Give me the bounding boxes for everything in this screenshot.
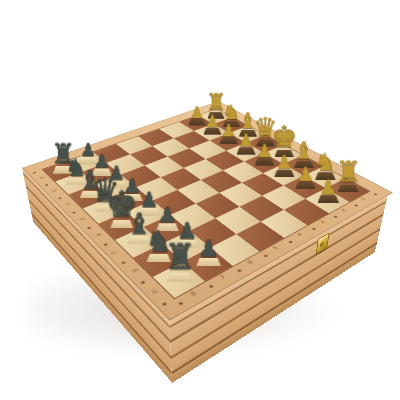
frame-pin-dot: [140, 280, 145, 284]
file-label: h: [150, 288, 159, 294]
file-label: a: [38, 176, 45, 180]
frame-pin-dot: [373, 193, 378, 195]
frame-pin-dot: [311, 228, 316, 231]
file-label: c: [64, 202, 71, 206]
frame-pin-dot: [44, 184, 48, 186]
rank-label: 2: [339, 208, 347, 213]
frame-pin-dot: [121, 261, 126, 264]
frame-pin-dot: [87, 226, 92, 229]
rank-label: 1: [359, 197, 367, 201]
frame-pin-dot: [208, 285, 213, 289]
frame-pin-dot: [178, 302, 184, 306]
frame-pin-dot: [71, 211, 75, 214]
rank-label: 4: [296, 232, 304, 237]
brass-latch-icon: [316, 232, 330, 254]
photo-scene: ♜♟♟♜♞♟♟♞♝♟♟♝♛♟♟♛♚♟♟♚♝♟♟♝♞♟♟♞♜♟♟♜ a8b7c6d…: [0, 0, 400, 400]
frame-pin-dot: [333, 216, 338, 219]
file-label: d: [78, 217, 86, 221]
piece-glyph: ♜: [163, 240, 195, 276]
frame-pin-dot: [161, 302, 167, 306]
piece-glyph: ♟: [318, 177, 336, 197]
frame-pin-dot: [263, 254, 268, 257]
file-label: b: [50, 189, 57, 193]
file-label: g: [130, 268, 139, 274]
rank-label: 8: [189, 290, 198, 297]
rank-label: 5: [271, 245, 279, 250]
frame-pin-dot: [288, 241, 293, 244]
rank-label: 3: [318, 220, 326, 225]
square-h8[interactable]: ♜: [153, 262, 205, 298]
frame-pin-dot: [103, 243, 108, 246]
frame-pin-dot: [57, 197, 61, 200]
file-label: f: [111, 251, 119, 255]
frame-pin-dot: [237, 269, 242, 273]
frame-pin-dot: [354, 204, 359, 207]
rank-label: 7: [218, 274, 227, 280]
rank-label: 6: [246, 259, 254, 265]
file-label: e: [94, 233, 102, 238]
frame-pin-dot: [32, 171, 36, 173]
